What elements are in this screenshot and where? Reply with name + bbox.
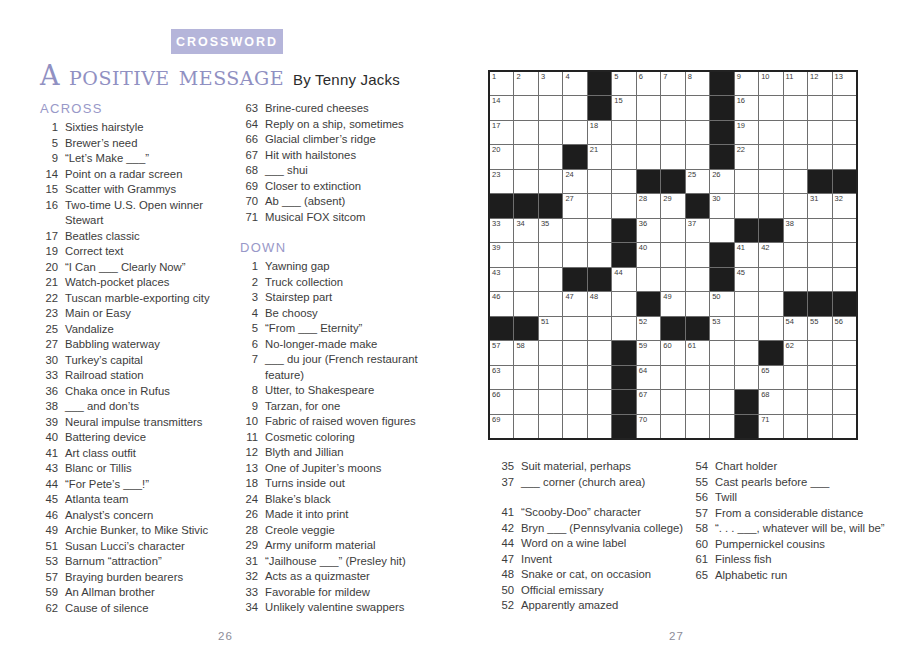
clue-item: 10Fabric of raised woven figures <box>240 414 454 430</box>
grid-cell-r15c10[interactable] <box>710 415 733 438</box>
grid-cell-r12c4[interactable] <box>563 341 586 364</box>
grid-cell-r2c13[interactable] <box>784 96 807 119</box>
grid-cell-r10c12[interactable] <box>759 292 782 315</box>
clue-number: 23 <box>40 306 58 322</box>
clue-text: Truck collection <box>265 275 454 291</box>
grid-cell-r3c3[interactable] <box>539 121 562 144</box>
grid-cell-r14c14[interactable] <box>808 390 831 413</box>
grid-cell-r10c11[interactable] <box>735 292 758 315</box>
clue-text: Cause of silence <box>65 601 242 617</box>
grid-cell-r8c13[interactable] <box>784 243 807 266</box>
grid-cell-r10c3[interactable] <box>539 292 562 315</box>
grid-cell-r1c8[interactable]: 7 <box>661 72 684 95</box>
grid-cell-r9c13[interactable] <box>784 268 807 291</box>
grid-cell-r14c13[interactable] <box>784 390 807 413</box>
grid-cell-r15c1[interactable]: 69 <box>490 415 513 438</box>
cell-number: 19 <box>737 121 745 130</box>
grid-cell-r4c2[interactable] <box>514 145 537 168</box>
grid-cell-r15c3[interactable] <box>539 415 562 438</box>
grid-cell-r6c6[interactable] <box>612 194 635 217</box>
grid-cell-r11c8 <box>661 317 684 340</box>
grid-cell-r9c7[interactable] <box>637 268 660 291</box>
clue-number: 5 <box>40 136 58 152</box>
clue-number: 10 <box>240 414 258 430</box>
grid-cell-r3c9[interactable] <box>686 121 709 144</box>
clue-column-down-3: 54Chart holder55Cast pearls before ___56… <box>690 459 898 583</box>
grid-cell-r1c10 <box>710 72 733 95</box>
page-number-left: 26 <box>218 630 233 642</box>
cell-number: 22 <box>737 145 745 154</box>
cell-number: 42 <box>761 243 769 252</box>
grid-cell-r2c3[interactable] <box>539 96 562 119</box>
grid-cell-r7c3[interactable]: 35 <box>539 219 562 242</box>
cell-number: 57 <box>492 341 500 350</box>
grid-cell-r4c11[interactable]: 22 <box>735 145 758 168</box>
grid-cell-r12c8[interactable]: 60 <box>661 341 684 364</box>
grid-cell-r3c7[interactable] <box>637 121 660 144</box>
grid-cell-r15c6 <box>612 415 635 438</box>
grid-cell-r12c14[interactable] <box>808 341 831 364</box>
clue-number: 33 <box>240 585 258 601</box>
clue-number: 53 <box>40 554 58 570</box>
grid-cell-r10c13 <box>784 292 807 315</box>
grid-cell-r8c8[interactable] <box>661 243 684 266</box>
clue-text: Utter, to Shakespeare <box>265 383 454 399</box>
grid-cell-r2c11[interactable]: 16 <box>735 96 758 119</box>
clue-item: 68___ shui <box>240 163 454 179</box>
grid-cell-r11c9 <box>686 317 709 340</box>
grid-cell-r13c5[interactable] <box>588 366 611 389</box>
grid-cell-r13c10[interactable] <box>710 366 733 389</box>
cell-number: 51 <box>541 317 549 326</box>
grid-cell-r5c1[interactable]: 23 <box>490 170 513 193</box>
down-clues-col3: 54Chart holder55Cast pearls before ___56… <box>690 459 898 583</box>
clue-number: 67 <box>240 148 258 164</box>
grid-cell-r13c1[interactable]: 63 <box>490 366 513 389</box>
grid-cell-r11c4[interactable] <box>563 317 586 340</box>
grid-cell-r7c8[interactable] <box>661 219 684 242</box>
grid-cell-r11c5[interactable] <box>588 317 611 340</box>
grid-cell-r8c15[interactable] <box>833 243 856 266</box>
grid-cell-r13c11[interactable] <box>735 366 758 389</box>
clue-number: 16 <box>40 198 58 214</box>
grid-cell-r3c15[interactable] <box>833 121 856 144</box>
grid-cell-r3c8[interactable] <box>661 121 684 144</box>
grid-cell-r4c15[interactable] <box>833 145 856 168</box>
clue-item: 21Watch-pocket places <box>40 275 242 291</box>
grid-cell-r8c7[interactable]: 40 <box>637 243 660 266</box>
grid-cell-r6c14[interactable]: 31 <box>808 194 831 217</box>
cell-number: 63 <box>492 366 500 375</box>
grid-cell-r3c6[interactable] <box>612 121 635 144</box>
grid-cell-r13c2[interactable] <box>514 366 537 389</box>
clue-text: Official emissary <box>521 583 692 599</box>
grid-cell-r3c2[interactable] <box>514 121 537 144</box>
grid-cell-r6c10[interactable]: 30 <box>710 194 733 217</box>
clue-item: 48Snake or cat, on occasion <box>496 567 692 583</box>
grid-cell-r12c9[interactable]: 61 <box>686 341 709 364</box>
grid-cell-r7c5[interactable] <box>588 219 611 242</box>
grid-cell-r1c7[interactable]: 6 <box>637 72 660 95</box>
grid-cell-r4c7[interactable] <box>637 145 660 168</box>
clue-number: 19 <box>40 244 58 260</box>
grid-cell-r14c4[interactable] <box>563 390 586 413</box>
clue-item: 16Two-time U.S. Open winner Stewart <box>40 198 242 229</box>
grid-cell-r1c1[interactable]: 1 <box>490 72 513 95</box>
cell-number: 20 <box>492 145 500 154</box>
grid-cell-r5c12[interactable] <box>759 170 782 193</box>
grid-cell-r8c1[interactable]: 39 <box>490 243 513 266</box>
grid-cell-r8c4[interactable] <box>563 243 586 266</box>
grid-cell-r12c2[interactable]: 58 <box>514 341 537 364</box>
clue-number: 5 <box>240 321 258 337</box>
grid-cell-r4c8[interactable] <box>661 145 684 168</box>
clue-text: Favorable for mildew <box>265 585 454 601</box>
clue-text: Beatles classic <box>65 229 242 245</box>
grid-cell-r5c11[interactable] <box>735 170 758 193</box>
grid-cell-r1c15[interactable]: 13 <box>833 72 856 95</box>
grid-cell-r15c13[interactable] <box>784 415 807 438</box>
grid-cell-r14c10[interactable] <box>710 390 733 413</box>
clue-number: 1 <box>40 120 58 136</box>
grid-cell-r14c7[interactable]: 67 <box>637 390 660 413</box>
grid-cell-r13c8[interactable] <box>661 366 684 389</box>
grid-cell-r10c6[interactable] <box>612 292 635 315</box>
grid-cell-r1c9[interactable]: 8 <box>686 72 709 95</box>
grid-cell-r11c12[interactable] <box>759 317 782 340</box>
grid-cell-r3c11[interactable]: 19 <box>735 121 758 144</box>
grid-cell-r8c3[interactable] <box>539 243 562 266</box>
grid-cell-r10c10[interactable]: 50 <box>710 292 733 315</box>
cell-number: 34 <box>516 219 524 228</box>
grid-cell-r13c7[interactable]: 64 <box>637 366 660 389</box>
clue-number: 66 <box>240 132 258 148</box>
grid-cell-r11c3[interactable]: 51 <box>539 317 562 340</box>
clue-number: 44 <box>496 536 514 552</box>
clue-item: 20“I Can ___ Clearly Now” <box>40 260 242 276</box>
grid-cell-r5c9[interactable]: 25 <box>686 170 709 193</box>
clue-column-mixed: 63Brine-cured cheeses64Reply on a ship, … <box>240 101 454 616</box>
cell-number: 23 <box>492 170 500 179</box>
clue-item: 26Made it into print <box>240 507 454 523</box>
clue-text: Analyst’s concern <box>65 508 242 524</box>
grid-cell-r1c14[interactable]: 12 <box>808 72 831 95</box>
clue-item: 44“For Pete’s ___!” <box>40 477 242 493</box>
puzzle-byline: By Tenny Jacks <box>293 71 400 88</box>
grid-cell-r11c11[interactable] <box>735 317 758 340</box>
grid-cell-r15c15[interactable] <box>833 415 856 438</box>
clue-text: Neural impulse transmitters <box>65 415 242 431</box>
grid-cell-r1c6[interactable]: 5 <box>612 72 635 95</box>
grid-cell-r2c2[interactable] <box>514 96 537 119</box>
grid-cell-r11c10[interactable]: 53 <box>710 317 733 340</box>
clue-item: 56Twill <box>690 490 898 506</box>
grid-cell-r9c11[interactable]: 45 <box>735 268 758 291</box>
clue-item: 36Chaka once in Rufus <box>40 384 242 400</box>
grid-cell-r5c2[interactable] <box>514 170 537 193</box>
clue-item: 17Beatles classic <box>40 229 242 245</box>
grid-cell-r3c12[interactable] <box>759 121 782 144</box>
clue-text: Pumpernickel cousins <box>715 537 898 553</box>
cell-number: 28 <box>639 194 647 203</box>
grid-cell-r9c2[interactable] <box>514 268 537 291</box>
grid-cell-r14c3[interactable] <box>539 390 562 413</box>
grid-cell-r14c2[interactable] <box>514 390 537 413</box>
grid-cell-r12c13[interactable]: 62 <box>784 341 807 364</box>
clue-number: 28 <box>240 523 258 539</box>
grid-cell-r7c2[interactable]: 34 <box>514 219 537 242</box>
grid-cell-r13c12[interactable]: 65 <box>759 366 782 389</box>
grid-cell-r4c6[interactable] <box>612 145 635 168</box>
grid-cell-r12c15[interactable] <box>833 341 856 364</box>
grid-cell-r5c6[interactable] <box>612 170 635 193</box>
cell-number: 4 <box>565 72 569 81</box>
grid-cell-r4c5[interactable]: 21 <box>588 145 611 168</box>
grid-cell-r8c14[interactable] <box>808 243 831 266</box>
grid-cell-r15c8[interactable] <box>661 415 684 438</box>
grid-cell-r8c9[interactable] <box>686 243 709 266</box>
grid-cell-r8c5[interactable] <box>588 243 611 266</box>
clue-text: Apparently amazed <box>521 598 692 614</box>
grid-cell-r3c4[interactable] <box>563 121 586 144</box>
cell-number: 39 <box>492 243 500 252</box>
grid-cell-r4c14[interactable] <box>808 145 831 168</box>
grid-cell-r7c15[interactable] <box>833 219 856 242</box>
cell-number: 30 <box>712 194 720 203</box>
grid-cell-r7c9[interactable]: 37 <box>686 219 709 242</box>
grid-cell-r9c15[interactable] <box>833 268 856 291</box>
clue-number: 58 <box>690 521 708 537</box>
grid-cell-r10c8[interactable]: 49 <box>661 292 684 315</box>
grid-cell-r7c13[interactable]: 38 <box>784 219 807 242</box>
clue-number: 51 <box>40 539 58 555</box>
grid-cell-r12c1[interactable]: 57 <box>490 341 513 364</box>
grid-cell-r10c9[interactable] <box>686 292 709 315</box>
grid-cell-r14c8[interactable] <box>661 390 684 413</box>
grid-cell-r9c8[interactable] <box>661 268 684 291</box>
grid-cell-r14c1[interactable]: 66 <box>490 390 513 413</box>
grid-cell-r14c5[interactable] <box>588 390 611 413</box>
grid-cell-r1c13[interactable]: 11 <box>784 72 807 95</box>
grid-cell-r3c14[interactable] <box>808 121 831 144</box>
grid-cell-r8c10 <box>710 243 733 266</box>
cell-number: 60 <box>663 341 671 350</box>
grid-cell-r4c12[interactable] <box>759 145 782 168</box>
grid-cell-r7c4[interactable] <box>563 219 586 242</box>
grid-cell-r4c9[interactable] <box>686 145 709 168</box>
grid-cell-r2c15[interactable] <box>833 96 856 119</box>
grid-cell-r11c14[interactable]: 55 <box>808 317 831 340</box>
grid-cell-r2c12[interactable] <box>759 96 782 119</box>
grid-cell-r1c4[interactable]: 4 <box>563 72 586 95</box>
grid-cell-r2c1[interactable]: 14 <box>490 96 513 119</box>
clue-item: 61Finless fish <box>690 552 898 568</box>
clue-number: 13 <box>240 461 258 477</box>
grid-cell-r15c2[interactable] <box>514 415 537 438</box>
grid-cell-r15c14[interactable] <box>808 415 831 438</box>
clue-number: 39 <box>40 415 58 431</box>
grid-cell-r14c15[interactable] <box>833 390 856 413</box>
clue-number: 62 <box>40 601 58 617</box>
clue-item: 39Neural impulse transmitters <box>40 415 242 431</box>
clue-item: 34Unlikely valentine swappers <box>240 600 454 616</box>
grid-cell-r9c6[interactable]: 44 <box>612 268 635 291</box>
grid-cell-r10c5[interactable]: 48 <box>588 292 611 315</box>
grid-cell-r5c15 <box>833 170 856 193</box>
grid-cell-r6c15[interactable]: 32 <box>833 194 856 217</box>
grid-cell-r5c4[interactable]: 24 <box>563 170 586 193</box>
cell-number: 36 <box>639 219 647 228</box>
clue-text: “Let’s Make ___” <box>65 151 242 167</box>
title-bar: A positive message By Tenny Jacks <box>40 62 400 90</box>
clue-text: Ab ___ (absent) <box>265 194 454 210</box>
grid-cell-r6c4[interactable]: 27 <box>563 194 586 217</box>
grid-cell-r1c12[interactable]: 10 <box>759 72 782 95</box>
cell-number: 15 <box>614 96 622 105</box>
grid-cell-r5c14 <box>808 170 831 193</box>
grid-cell-r14c9[interactable] <box>686 390 709 413</box>
grid-cell-r15c5[interactable] <box>588 415 611 438</box>
grid-cell-r10c1[interactable]: 46 <box>490 292 513 315</box>
cell-number: 1 <box>492 72 496 81</box>
cell-number: 41 <box>737 243 745 252</box>
clue-item: 57Braying burden bearers <box>40 570 242 586</box>
grid-cell-r6c11[interactable] <box>735 194 758 217</box>
magazine-spread: CROSSWORD A positive message By Tenny Ja… <box>0 0 900 671</box>
clue-text: Be choosy <box>265 306 454 322</box>
grid-cell-r13c15[interactable] <box>833 366 856 389</box>
clue-text: “From ___ Eternity” <box>265 321 454 337</box>
grid-cell-r4c3[interactable] <box>539 145 562 168</box>
grid-cell-r9c1[interactable]: 43 <box>490 268 513 291</box>
grid-cell-r13c4[interactable] <box>563 366 586 389</box>
clue-text: Vandalize <box>65 322 242 338</box>
grid-cell-r4c13[interactable] <box>784 145 807 168</box>
clue-number: 69 <box>240 179 258 195</box>
clue-item: 32Acts as a quizmaster <box>240 569 454 585</box>
clue-text: Battering device <box>65 430 242 446</box>
grid-cell-r15c9[interactable] <box>686 415 709 438</box>
cell-number: 32 <box>835 194 843 203</box>
grid-cell-r1c5 <box>588 72 611 95</box>
grid-cell-r5c3[interactable] <box>539 170 562 193</box>
clue-text: Blyth and Jillian <box>265 445 454 461</box>
grid-cell-r11c13[interactable]: 54 <box>784 317 807 340</box>
clue-item: 64Reply on a ship, sometimes <box>240 117 454 133</box>
clue-item: 15Scatter with Grammys <box>40 182 242 198</box>
grid-cell-r3c1[interactable]: 17 <box>490 121 513 144</box>
clue-number: 56 <box>690 490 708 506</box>
grid-cell-r2c14[interactable] <box>808 96 831 119</box>
grid-cell-r9c9[interactable] <box>686 268 709 291</box>
grid-cell-r6c7[interactable]: 28 <box>637 194 660 217</box>
clue-item: 50Official emissary <box>496 583 692 599</box>
grid-cell-r8c2[interactable] <box>514 243 537 266</box>
grid-cell-r6c8[interactable]: 29 <box>661 194 684 217</box>
grid-cell-r7c14[interactable] <box>808 219 831 242</box>
cell-number: 47 <box>565 292 573 301</box>
grid-cell-r2c6[interactable]: 15 <box>612 96 635 119</box>
grid-cell-r13c3[interactable] <box>539 366 562 389</box>
clue-item: 42Bryn ___ (Pennsylvania college) <box>496 521 692 537</box>
grid-cell-r6c5[interactable] <box>588 194 611 217</box>
cell-number: 14 <box>492 96 500 105</box>
grid-cell-r4c1[interactable]: 20 <box>490 145 513 168</box>
grid-cell-r11c6[interactable] <box>612 317 635 340</box>
grid-cell-r10c2[interactable] <box>514 292 537 315</box>
grid-cell-r3c5[interactable]: 18 <box>588 121 611 144</box>
grid-cell-r2c10 <box>710 96 733 119</box>
grid-cell-r14c6 <box>612 390 635 413</box>
crossword-grid: 1234567891011121314151617181920212223242… <box>488 70 858 440</box>
clue-number: 47 <box>496 552 514 568</box>
cell-number: 16 <box>737 96 745 105</box>
grid-cell-r14c11 <box>735 390 758 413</box>
grid-cell-r3c13[interactable] <box>784 121 807 144</box>
grid-cell-r11c1 <box>490 317 513 340</box>
grid-cell-r10c4[interactable]: 47 <box>563 292 586 315</box>
cell-number: 13 <box>835 72 843 81</box>
grid-cell-r12c7[interactable]: 59 <box>637 341 660 364</box>
clue-item: 18Turns inside out <box>240 476 454 492</box>
clue-item: 6No-longer-made make <box>240 337 454 353</box>
clue-text: Invent <box>521 552 692 568</box>
grid-cell-r1c2[interactable]: 2 <box>514 72 537 95</box>
grid-cell-r15c12[interactable]: 71 <box>759 415 782 438</box>
clue-gap <box>496 490 692 505</box>
clue-item: 35Suit material, perhaps <box>496 459 692 475</box>
grid-cell-r5c5[interactable] <box>588 170 611 193</box>
grid-cell-r7c7[interactable]: 36 <box>637 219 660 242</box>
grid-cell-r7c1[interactable]: 33 <box>490 219 513 242</box>
grid-cell-r5c13[interactable] <box>784 170 807 193</box>
grid-cell-r2c8[interactable] <box>661 96 684 119</box>
grid-cell-r13c14[interactable] <box>808 366 831 389</box>
clue-item: 47Invent <box>496 552 692 568</box>
clue-number: 18 <box>240 476 258 492</box>
clue-item: 2Truck collection <box>240 275 454 291</box>
clue-item: 41Art class outfit <box>40 446 242 462</box>
grid-cell-r12c5[interactable] <box>588 341 611 364</box>
grid-cell-r5c10[interactable]: 26 <box>710 170 733 193</box>
grid-cell-r11c15[interactable]: 56 <box>833 317 856 340</box>
grid-cell-r9c3[interactable] <box>539 268 562 291</box>
grid-cell-r8c12[interactable]: 42 <box>759 243 782 266</box>
grid-cell-r1c11[interactable]: 9 <box>735 72 758 95</box>
grid-cell-r11c7[interactable]: 52 <box>637 317 660 340</box>
grid-cell-r2c4[interactable] <box>563 96 586 119</box>
grid-cell-r15c7[interactable]: 70 <box>637 415 660 438</box>
grid-cell-r1c3[interactable]: 3 <box>539 72 562 95</box>
grid-cell-r6c12[interactable] <box>759 194 782 217</box>
grid-cell-r15c4[interactable] <box>563 415 586 438</box>
grid-cell-r6c13[interactable] <box>784 194 807 217</box>
grid-cell-r12c11[interactable] <box>735 341 758 364</box>
grid-cell-r7c10[interactable] <box>710 219 733 242</box>
grid-cell-r13c9[interactable] <box>686 366 709 389</box>
grid-cell-r2c9[interactable] <box>686 96 709 119</box>
grid-cell-r12c3[interactable] <box>539 341 562 364</box>
grid-cell-r13c13[interactable] <box>784 366 807 389</box>
grid-cell-r14c12[interactable]: 68 <box>759 390 782 413</box>
clue-text: ___ shui <box>265 163 454 179</box>
grid-cell-r8c11[interactable]: 41 <box>735 243 758 266</box>
grid-cell-r9c14[interactable] <box>808 268 831 291</box>
grid-cell-r2c7[interactable] <box>637 96 660 119</box>
grid-cell-r12c10[interactable] <box>710 341 733 364</box>
grid-cell-r9c12[interactable] <box>759 268 782 291</box>
cell-number: 17 <box>492 121 500 130</box>
